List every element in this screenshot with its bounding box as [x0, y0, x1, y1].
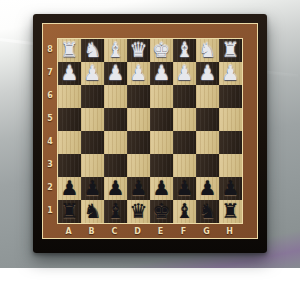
piece-black-pawn: ♟ [127, 177, 150, 200]
piece-silver-king: ♚ [150, 39, 173, 62]
piece-black-pawn: ♟ [173, 177, 196, 200]
rank-label-1: 1 [43, 199, 57, 222]
square-c2[interactable]: ♟ [104, 177, 127, 200]
square-h1[interactable]: ♜ [219, 200, 242, 223]
square-d2[interactable]: ♟ [127, 177, 150, 200]
square-g3[interactable] [196, 154, 219, 177]
piece-silver-rook: ♜ [58, 39, 81, 62]
square-g1[interactable]: ♞ [196, 200, 219, 223]
file-label-d: D [126, 224, 149, 238]
band-corner [243, 24, 257, 38]
square-g6[interactable] [196, 85, 219, 108]
square-d8[interactable]: ♛ [127, 39, 150, 62]
walnut-coordinate-band: 87654321 ♜♞♝♛♚♝♞♜♟♟♟♟♟♟♟♟♟♟♟♟♟♟♟♟♜♞♝♛♚♝♞… [42, 23, 258, 239]
piece-silver-bishop: ♝ [173, 39, 196, 62]
band-corner [43, 224, 57, 238]
square-c7[interactable]: ♟ [104, 62, 127, 85]
piece-silver-pawn: ♟ [104, 62, 127, 85]
playing-grid: ♜♞♝♛♚♝♞♜♟♟♟♟♟♟♟♟♟♟♟♟♟♟♟♟♜♞♝♛♚♝♞♜ [57, 38, 243, 224]
file-label-e: E [149, 224, 172, 238]
square-g4[interactable] [196, 131, 219, 154]
piece-silver-rook: ♜ [219, 39, 242, 62]
square-c3[interactable] [104, 154, 127, 177]
file-label-g: G [195, 224, 218, 238]
square-e8[interactable]: ♚ [150, 39, 173, 62]
rank-labels-band: 87654321 [43, 38, 57, 224]
square-b2[interactable]: ♟ [81, 177, 104, 200]
square-e3[interactable] [150, 154, 173, 177]
rank-label-6: 6 [43, 84, 57, 107]
piece-black-pawn: ♟ [196, 177, 219, 200]
square-c8[interactable]: ♝ [104, 39, 127, 62]
band-corner [43, 24, 57, 38]
square-c4[interactable] [104, 131, 127, 154]
square-h6[interactable] [219, 85, 242, 108]
square-d5[interactable] [127, 108, 150, 131]
square-b4[interactable] [81, 131, 104, 154]
square-h2[interactable]: ♟ [219, 177, 242, 200]
piece-black-bishop: ♝ [173, 200, 196, 223]
square-d3[interactable] [127, 154, 150, 177]
piece-silver-pawn: ♟ [219, 62, 242, 85]
square-g5[interactable] [196, 108, 219, 131]
square-h7[interactable]: ♟ [219, 62, 242, 85]
square-f2[interactable]: ♟ [173, 177, 196, 200]
square-h4[interactable] [219, 131, 242, 154]
piece-black-rook: ♜ [219, 200, 242, 223]
square-d4[interactable] [127, 131, 150, 154]
file-label-a: A [57, 224, 80, 238]
square-d6[interactable] [127, 85, 150, 108]
piece-silver-pawn: ♟ [173, 62, 196, 85]
square-a5[interactable] [58, 108, 81, 131]
right-edge-band [243, 38, 257, 224]
piece-black-pawn: ♟ [150, 177, 173, 200]
square-f1[interactable]: ♝ [173, 200, 196, 223]
piece-silver-pawn: ♟ [127, 62, 150, 85]
square-b1[interactable]: ♞ [81, 200, 104, 223]
piece-black-queen: ♛ [127, 200, 150, 223]
piece-silver-pawn: ♟ [196, 62, 219, 85]
piece-black-pawn: ♟ [81, 177, 104, 200]
square-b7[interactable]: ♟ [81, 62, 104, 85]
square-c5[interactable] [104, 108, 127, 131]
square-e6[interactable] [150, 85, 173, 108]
rank-label-2: 2 [43, 176, 57, 199]
square-b6[interactable] [81, 85, 104, 108]
square-e4[interactable] [150, 131, 173, 154]
square-f4[interactable] [173, 131, 196, 154]
square-e5[interactable] [150, 108, 173, 131]
square-g2[interactable]: ♟ [196, 177, 219, 200]
piece-silver-bishop: ♝ [104, 39, 127, 62]
piece-black-knight: ♞ [81, 200, 104, 223]
piece-black-pawn: ♟ [58, 177, 81, 200]
piece-black-rook: ♜ [58, 200, 81, 223]
square-a7[interactable]: ♟ [58, 62, 81, 85]
square-f7[interactable]: ♟ [173, 62, 196, 85]
square-b3[interactable] [81, 154, 104, 177]
file-label-b: B [80, 224, 103, 238]
square-e2[interactable]: ♟ [150, 177, 173, 200]
file-label-c: C [103, 224, 126, 238]
photo-bottom-white-strip [0, 268, 300, 300]
band-corner [243, 224, 257, 238]
square-b5[interactable] [81, 108, 104, 131]
square-f8[interactable]: ♝ [173, 39, 196, 62]
square-c6[interactable] [104, 85, 127, 108]
piece-black-pawn: ♟ [219, 177, 242, 200]
square-a4[interactable] [58, 131, 81, 154]
square-b8[interactable]: ♞ [81, 39, 104, 62]
chess-board: 87654321 ♜♞♝♛♚♝♞♜♟♟♟♟♟♟♟♟♟♟♟♟♟♟♟♟♜♞♝♛♚♝♞… [33, 14, 267, 253]
square-f5[interactable] [173, 108, 196, 131]
piece-black-pawn: ♟ [104, 177, 127, 200]
rank-label-4: 4 [43, 130, 57, 153]
square-a2[interactable]: ♟ [58, 177, 81, 200]
square-d7[interactable]: ♟ [127, 62, 150, 85]
piece-silver-pawn: ♟ [81, 62, 104, 85]
square-d1[interactable]: ♛ [127, 200, 150, 223]
piece-black-bishop: ♝ [104, 200, 127, 223]
square-a3[interactable] [58, 154, 81, 177]
file-labels-band: ABCDEFGH [57, 224, 243, 238]
square-h3[interactable] [219, 154, 242, 177]
square-h5[interactable] [219, 108, 242, 131]
square-g7[interactable]: ♟ [196, 62, 219, 85]
rank-label-3: 3 [43, 153, 57, 176]
piece-black-king: ♚ [150, 200, 173, 223]
top-edge-band [57, 24, 243, 38]
rank-label-8: 8 [43, 38, 57, 61]
square-f3[interactable] [173, 154, 196, 177]
piece-silver-pawn: ♟ [150, 62, 173, 85]
square-h8[interactable]: ♜ [219, 39, 242, 62]
piece-silver-knight: ♞ [196, 39, 219, 62]
square-c1[interactable]: ♝ [104, 200, 127, 223]
rank-label-5: 5 [43, 107, 57, 130]
square-a8[interactable]: ♜ [58, 39, 81, 62]
piece-silver-queen: ♛ [127, 39, 150, 62]
square-g8[interactable]: ♞ [196, 39, 219, 62]
square-a1[interactable]: ♜ [58, 200, 81, 223]
square-e1[interactable]: ♚ [150, 200, 173, 223]
file-label-f: F [172, 224, 195, 238]
square-f6[interactable] [173, 85, 196, 108]
square-a6[interactable] [58, 85, 81, 108]
square-e7[interactable]: ♟ [150, 62, 173, 85]
piece-black-knight: ♞ [196, 200, 219, 223]
piece-silver-pawn: ♟ [58, 62, 81, 85]
rank-label-7: 7 [43, 61, 57, 84]
file-label-h: H [218, 224, 241, 238]
piece-silver-knight: ♞ [81, 39, 104, 62]
